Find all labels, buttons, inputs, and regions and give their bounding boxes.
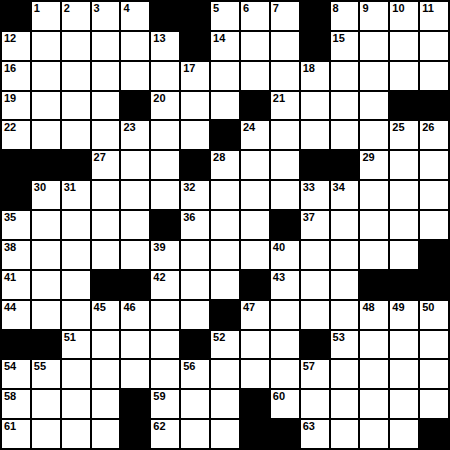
grid-cell[interactable]: [420, 211, 448, 239]
grid-cell[interactable]: [92, 211, 120, 239]
block-cell: [301, 151, 329, 179]
grid-cell[interactable]: [241, 241, 269, 269]
clue-number: 52: [213, 331, 225, 344]
grid-cell[interactable]: [121, 62, 149, 90]
grid-cell[interactable]: [151, 121, 179, 149]
clue-number: 13: [153, 32, 165, 45]
grid-cell[interactable]: [331, 271, 359, 299]
grid-cell[interactable]: [151, 151, 179, 179]
grid-cell[interactable]: [181, 301, 209, 329]
grid-cell[interactable]: 25: [390, 121, 418, 149]
block-cell: [420, 271, 448, 299]
grid-cell[interactable]: [181, 390, 209, 418]
grid-cell[interactable]: [32, 32, 60, 60]
clue-number: 18: [303, 62, 315, 75]
grid-cell[interactable]: [121, 181, 149, 209]
grid-cell[interactable]: [211, 62, 239, 90]
block-cell: [32, 331, 60, 359]
grid-cell[interactable]: [92, 181, 120, 209]
clue-number: 25: [392, 121, 404, 134]
grid-cell[interactable]: 29: [360, 151, 388, 179]
block-cell: [420, 420, 448, 448]
clue-number: 45: [94, 301, 106, 314]
grid-cell[interactable]: [331, 121, 359, 149]
grid-cell[interactable]: 21: [271, 92, 299, 120]
grid-cell[interactable]: [32, 390, 60, 418]
grid-cell[interactable]: 42: [151, 271, 179, 299]
grid-cell[interactable]: 27: [92, 151, 120, 179]
grid-cell[interactable]: 19: [2, 92, 30, 120]
clue-number: 54: [4, 360, 16, 373]
grid-cell[interactable]: 59: [151, 390, 179, 418]
clue-number: 8: [333, 2, 339, 15]
grid-cell[interactable]: 38: [2, 241, 30, 269]
grid-cell[interactable]: 20: [151, 92, 179, 120]
block-cell: [2, 181, 30, 209]
grid-cell[interactable]: 28: [211, 151, 239, 179]
grid-cell[interactable]: [390, 62, 418, 90]
clue-number: 37: [303, 211, 315, 224]
grid-cell[interactable]: [301, 301, 329, 329]
clue-number: 50: [422, 301, 434, 314]
block-cell: [241, 92, 269, 120]
clue-number: 12: [4, 32, 16, 45]
grid-cell[interactable]: [301, 92, 329, 120]
clue-number: 42: [153, 271, 165, 284]
block-cell: [420, 92, 448, 120]
grid-cell[interactable]: 61: [2, 420, 30, 448]
grid-cell[interactable]: [271, 301, 299, 329]
grid-cell[interactable]: [301, 121, 329, 149]
grid-cell[interactable]: 9: [360, 2, 388, 30]
grid-cell[interactable]: [92, 241, 120, 269]
grid-cell[interactable]: [62, 301, 90, 329]
clue-number: 62: [153, 420, 165, 433]
grid-cell[interactable]: [151, 331, 179, 359]
grid-cell[interactable]: [32, 62, 60, 90]
grid-cell[interactable]: [62, 92, 90, 120]
grid-cell[interactable]: [121, 241, 149, 269]
block-cell: [241, 271, 269, 299]
grid-cell[interactable]: 8: [331, 2, 359, 30]
block-cell: [2, 151, 30, 179]
clue-number: 58: [4, 390, 16, 403]
grid-cell[interactable]: 10: [390, 2, 418, 30]
grid-cell[interactable]: [390, 32, 418, 60]
block-cell: [301, 331, 329, 359]
grid-cell[interactable]: [62, 62, 90, 90]
grid-cell[interactable]: [331, 420, 359, 448]
grid-cell[interactable]: [360, 121, 388, 149]
grid-cell[interactable]: [420, 390, 448, 418]
grid-cell[interactable]: [360, 241, 388, 269]
grid-cell[interactable]: [32, 92, 60, 120]
grid-cell[interactable]: [92, 92, 120, 120]
grid-cell[interactable]: 44: [2, 301, 30, 329]
grid-cell[interactable]: 13: [151, 32, 179, 60]
grid-cell[interactable]: 26: [420, 121, 448, 149]
grid-cell[interactable]: [271, 181, 299, 209]
clue-number: 4: [123, 2, 129, 15]
grid-cell[interactable]: [121, 211, 149, 239]
block-cell: [360, 271, 388, 299]
clue-number: 39: [153, 241, 165, 254]
grid-cell[interactable]: [390, 241, 418, 269]
grid-cell[interactable]: 51: [62, 331, 90, 359]
grid-cell[interactable]: 48: [360, 301, 388, 329]
clue-number: 26: [422, 121, 434, 134]
grid-cell[interactable]: [32, 301, 60, 329]
clue-number: 46: [123, 301, 135, 314]
grid-cell[interactable]: [241, 181, 269, 209]
clue-number: 53: [333, 331, 345, 344]
grid-cell[interactable]: [62, 211, 90, 239]
grid-cell[interactable]: [241, 62, 269, 90]
grid-cell[interactable]: 1: [32, 2, 60, 30]
grid-cell[interactable]: 5: [211, 2, 239, 30]
block-cell: [211, 121, 239, 149]
clue-number: 20: [153, 92, 165, 105]
block-cell: [271, 211, 299, 239]
grid-cell[interactable]: 11: [420, 2, 448, 30]
grid-cell[interactable]: [62, 121, 90, 149]
block-cell: [32, 151, 60, 179]
grid-cell[interactable]: [92, 390, 120, 418]
clue-number: 32: [183, 181, 195, 194]
grid-cell[interactable]: [390, 331, 418, 359]
clue-number: 60: [273, 390, 285, 403]
grid-cell[interactable]: 40: [271, 241, 299, 269]
block-cell: [420, 241, 448, 269]
grid-cell[interactable]: 63: [301, 420, 329, 448]
block-cell: [121, 92, 149, 120]
grid-cell[interactable]: 17: [181, 62, 209, 90]
clue-number: 14: [213, 32, 225, 45]
grid-cell[interactable]: [390, 390, 418, 418]
clue-number: 3: [94, 2, 100, 15]
clue-number: 41: [4, 271, 16, 284]
block-cell: [301, 32, 329, 60]
clue-number: 9: [362, 2, 368, 15]
grid-cell[interactable]: [390, 151, 418, 179]
grid-cell[interactable]: 55: [32, 360, 60, 388]
grid-cell[interactable]: [241, 151, 269, 179]
grid-cell[interactable]: [301, 390, 329, 418]
grid-cell[interactable]: 53: [331, 331, 359, 359]
grid-cell[interactable]: 14: [211, 32, 239, 60]
block-cell: [390, 92, 418, 120]
grid-cell[interactable]: [390, 211, 418, 239]
grid-cell[interactable]: [420, 331, 448, 359]
clue-number: 10: [392, 2, 404, 15]
grid-cell[interactable]: [151, 62, 179, 90]
grid-cell[interactable]: [301, 271, 329, 299]
grid-cell[interactable]: [331, 241, 359, 269]
grid-cell[interactable]: 23: [121, 121, 149, 149]
block-cell: [301, 2, 329, 30]
clue-number: 30: [34, 181, 46, 194]
grid-cell[interactable]: 60: [271, 390, 299, 418]
grid-cell[interactable]: [92, 360, 120, 388]
clue-number: 63: [303, 420, 315, 433]
clue-number: 57: [303, 360, 315, 373]
grid-cell[interactable]: [211, 181, 239, 209]
block-cell: [211, 301, 239, 329]
grid-cell[interactable]: [360, 390, 388, 418]
clue-number: 6: [243, 2, 249, 15]
grid-cell[interactable]: [121, 32, 149, 60]
grid-cell[interactable]: 49: [390, 301, 418, 329]
grid-cell[interactable]: 16: [2, 62, 30, 90]
block-cell: [271, 420, 299, 448]
block-cell: [181, 32, 209, 60]
block-cell: [2, 331, 30, 359]
block-cell: [331, 151, 359, 179]
grid-cell[interactable]: [390, 181, 418, 209]
block-cell: [241, 390, 269, 418]
clue-number: 21: [273, 92, 285, 105]
clue-number: 40: [273, 241, 285, 254]
grid-cell[interactable]: [331, 211, 359, 239]
block-cell: [2, 2, 30, 30]
clue-number: 35: [4, 211, 16, 224]
grid-cell[interactable]: 32: [181, 181, 209, 209]
block-cell: [121, 271, 149, 299]
grid-cell[interactable]: [92, 32, 120, 60]
clue-number: 27: [94, 151, 106, 164]
clue-number: 16: [4, 62, 16, 75]
grid-cell[interactable]: [241, 211, 269, 239]
grid-cell[interactable]: 39: [151, 241, 179, 269]
grid-cell[interactable]: [181, 121, 209, 149]
grid-cell[interactable]: [62, 32, 90, 60]
block-cell: [390, 271, 418, 299]
grid-cell[interactable]: 12: [2, 32, 30, 60]
clue-number: 55: [34, 360, 46, 373]
grid-cell[interactable]: 46: [121, 301, 149, 329]
grid-cell[interactable]: 41: [2, 271, 30, 299]
grid-cell[interactable]: [62, 420, 90, 448]
clue-number: 7: [273, 2, 279, 15]
grid-cell[interactable]: [331, 301, 359, 329]
clue-number: 11: [422, 2, 434, 15]
grid-cell[interactable]: 34: [331, 181, 359, 209]
grid-cell[interactable]: 3: [92, 2, 120, 30]
grid-cell[interactable]: [92, 121, 120, 149]
grid-cell[interactable]: [151, 181, 179, 209]
grid-cell[interactable]: [360, 211, 388, 239]
clue-number: 29: [362, 151, 374, 164]
clue-number: 15: [333, 32, 345, 45]
grid-cell[interactable]: [211, 92, 239, 120]
grid-cell[interactable]: [62, 241, 90, 269]
clue-number: 24: [243, 121, 255, 134]
grid-cell[interactable]: 47: [241, 301, 269, 329]
grid-cell[interactable]: [32, 420, 60, 448]
grid-cell[interactable]: 2: [62, 2, 90, 30]
grid-cell[interactable]: [181, 241, 209, 269]
grid-cell[interactable]: 35: [2, 211, 30, 239]
grid-cell[interactable]: [92, 420, 120, 448]
grid-cell[interactable]: [420, 360, 448, 388]
grid-cell[interactable]: [331, 92, 359, 120]
grid-cell[interactable]: [390, 360, 418, 388]
grid-cell[interactable]: 30: [32, 181, 60, 209]
grid-cell[interactable]: [151, 301, 179, 329]
grid-cell[interactable]: 57: [301, 360, 329, 388]
grid-cell[interactable]: [360, 92, 388, 120]
grid-cell[interactable]: [211, 211, 239, 239]
grid-cell[interactable]: [151, 360, 179, 388]
clue-number: 61: [4, 420, 16, 433]
grid-cell[interactable]: [271, 331, 299, 359]
block-cell: [62, 151, 90, 179]
grid-cell[interactable]: 58: [2, 390, 30, 418]
grid-cell[interactable]: [211, 241, 239, 269]
grid-cell[interactable]: [241, 331, 269, 359]
clue-number: 23: [123, 121, 135, 134]
grid-cell[interactable]: [32, 271, 60, 299]
clue-number: 22: [4, 121, 16, 134]
grid-cell[interactable]: 37: [301, 211, 329, 239]
grid-cell[interactable]: [420, 32, 448, 60]
grid-cell[interactable]: 62: [151, 420, 179, 448]
grid-cell[interactable]: [420, 181, 448, 209]
grid-cell[interactable]: [420, 62, 448, 90]
grid-cell[interactable]: [331, 62, 359, 90]
grid-cell[interactable]: 36: [181, 211, 209, 239]
clue-number: 28: [213, 151, 225, 164]
grid-cell[interactable]: [241, 360, 269, 388]
grid-cell[interactable]: [271, 121, 299, 149]
clue-number: 44: [4, 301, 16, 314]
block-cell: [121, 390, 149, 418]
clue-number: 59: [153, 390, 165, 403]
grid-cell[interactable]: [271, 62, 299, 90]
grid-cell[interactable]: [211, 390, 239, 418]
block-cell: [181, 151, 209, 179]
grid-cell[interactable]: [271, 32, 299, 60]
clue-number: 34: [333, 181, 345, 194]
grid-cell[interactable]: 45: [92, 301, 120, 329]
grid-cell[interactable]: [360, 181, 388, 209]
clue-number: 49: [392, 301, 404, 314]
grid-cell[interactable]: [211, 360, 239, 388]
grid-cell[interactable]: [92, 62, 120, 90]
grid-cell[interactable]: [181, 420, 209, 448]
grid-cell[interactable]: 56: [181, 360, 209, 388]
grid-cell[interactable]: [360, 420, 388, 448]
grid-cell[interactable]: [360, 32, 388, 60]
grid-cell[interactable]: [360, 360, 388, 388]
grid-cell[interactable]: [211, 271, 239, 299]
clue-number: 43: [273, 271, 285, 284]
block-cell: [181, 2, 209, 30]
grid-cell[interactable]: [331, 390, 359, 418]
grid-cell[interactable]: [211, 420, 239, 448]
grid-cell[interactable]: 22: [2, 121, 30, 149]
grid-cell[interactable]: 33: [301, 181, 329, 209]
grid-cell[interactable]: [181, 271, 209, 299]
clue-number: 1: [34, 2, 40, 15]
block-cell: [151, 2, 179, 30]
clue-number: 56: [183, 360, 195, 373]
clue-number: 47: [243, 301, 255, 314]
grid-cell[interactable]: [62, 390, 90, 418]
grid-cell[interactable]: [271, 360, 299, 388]
clue-number: 17: [183, 62, 195, 75]
grid-cell[interactable]: 43: [271, 271, 299, 299]
grid-cell[interactable]: [92, 331, 120, 359]
grid-cell[interactable]: [62, 271, 90, 299]
block-cell: [181, 331, 209, 359]
grid-cell[interactable]: [360, 62, 388, 90]
clue-number: 33: [303, 181, 315, 194]
grid-cell[interactable]: 7: [271, 2, 299, 30]
clue-number: 36: [183, 211, 195, 224]
grid-cell[interactable]: [121, 331, 149, 359]
grid-cell[interactable]: [271, 151, 299, 179]
block-cell: [241, 420, 269, 448]
grid-cell[interactable]: [32, 121, 60, 149]
grid-cell[interactable]: [390, 420, 418, 448]
grid-cell[interactable]: 6: [241, 2, 269, 30]
clue-number: 51: [64, 331, 76, 344]
grid-cell[interactable]: [32, 241, 60, 269]
clue-number: 31: [64, 181, 76, 194]
grid-cell[interactable]: 52: [211, 331, 239, 359]
clue-number: 5: [213, 2, 219, 15]
grid-cell[interactable]: 18: [301, 62, 329, 90]
block-cell: [92, 271, 120, 299]
grid-cell[interactable]: [331, 360, 359, 388]
grid-cell[interactable]: [241, 32, 269, 60]
clue-number: 38: [4, 241, 16, 254]
grid-cell[interactable]: 50: [420, 301, 448, 329]
grid-cell[interactable]: [301, 241, 329, 269]
grid-cell[interactable]: 4: [121, 2, 149, 30]
crossword-board: 1234567891011121314151617181920212223242…: [0, 0, 450, 450]
block-cell: [121, 420, 149, 448]
grid-cell[interactable]: [121, 360, 149, 388]
grid-cell[interactable]: 31: [62, 181, 90, 209]
grid-cell[interactable]: [62, 360, 90, 388]
grid-cell[interactable]: [420, 151, 448, 179]
clue-number: 48: [362, 301, 374, 314]
block-cell: [151, 211, 179, 239]
grid-cell[interactable]: [121, 151, 149, 179]
grid-cell[interactable]: 15: [331, 32, 359, 60]
clue-number: 19: [4, 92, 16, 105]
grid-cell[interactable]: [360, 331, 388, 359]
grid-cell[interactable]: [32, 211, 60, 239]
grid-cell[interactable]: [181, 92, 209, 120]
clue-number: 2: [64, 2, 70, 15]
grid-cell[interactable]: 24: [241, 121, 269, 149]
grid-cell[interactable]: 54: [2, 360, 30, 388]
